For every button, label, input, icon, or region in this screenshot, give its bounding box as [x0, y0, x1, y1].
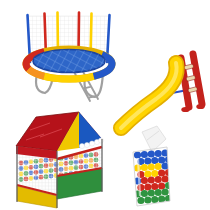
rim-segment-orange	[29, 69, 45, 76]
ball	[158, 182, 165, 189]
slide-chute	[121, 63, 177, 128]
ball	[155, 176, 162, 183]
slide	[121, 54, 205, 128]
ball	[162, 188, 169, 195]
rim-segment-yellow	[44, 76, 93, 79]
ball	[155, 189, 162, 196]
ball	[151, 196, 158, 203]
ball	[148, 163, 155, 170]
ball	[148, 176, 155, 183]
ball-pit-tent	[16, 112, 104, 208]
ball	[158, 169, 165, 176]
collage-svg	[0, 0, 210, 210]
slide-ladder-foot-left	[181, 107, 189, 112]
ball	[144, 157, 151, 164]
ball	[144, 170, 151, 177]
ball	[141, 190, 148, 197]
ball	[144, 183, 151, 190]
ball	[165, 156, 172, 163]
ball	[144, 196, 151, 203]
ball	[151, 183, 158, 190]
product-collage-image[interactable]	[0, 0, 210, 210]
ball	[148, 150, 155, 157]
ball	[141, 177, 148, 184]
ball	[134, 151, 141, 158]
ball	[158, 156, 165, 163]
ball	[155, 150, 162, 157]
trampoline	[26, 13, 112, 102]
ball	[148, 189, 155, 196]
ball	[162, 175, 169, 182]
slide-ladder-foot-right	[196, 104, 204, 109]
ball	[155, 163, 162, 170]
ball	[137, 197, 144, 204]
trampoline-mat-weave	[33, 50, 105, 73]
ball	[141, 151, 148, 158]
ball	[151, 157, 158, 164]
ball-bag	[133, 126, 172, 206]
ball	[151, 170, 158, 177]
ball	[141, 164, 148, 171]
